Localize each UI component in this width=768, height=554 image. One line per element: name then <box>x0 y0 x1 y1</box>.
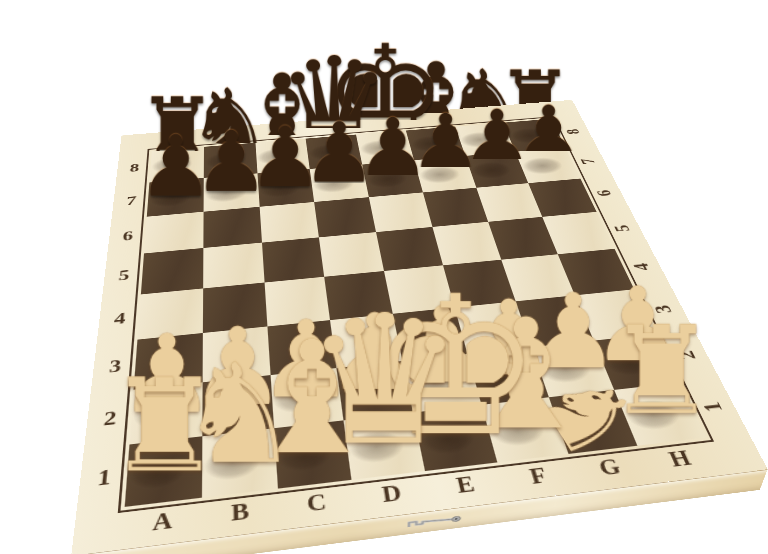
clasp-icon <box>405 512 465 531</box>
piece-white-rook-a1: ♜ <box>55 216 273 476</box>
clasp-latch <box>405 512 465 531</box>
chess-set-photo: 87654321 87654321 ABCDEFGH ♜♞♝♛♚♝♞♜♟♟♟♟♟… <box>0 0 768 554</box>
chess-board: 87654321 87654321 ABCDEFGH ♜♞♝♛♚♝♞♜♟♟♟♟♟… <box>71 100 767 554</box>
white-rook-glyph: ♜ <box>107 376 223 477</box>
